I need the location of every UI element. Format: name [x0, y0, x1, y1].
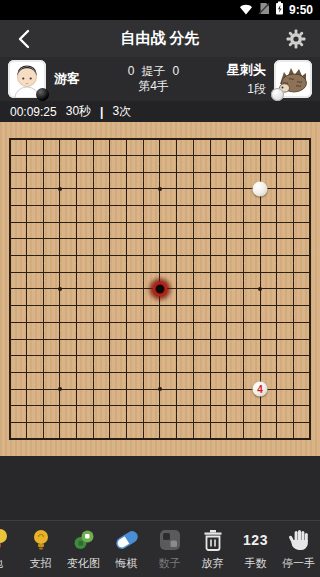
board-point-L12[interactable]: [168, 247, 185, 264]
board-point-B19[interactable]: [18, 131, 35, 148]
board-point-T5[interactable]: [302, 364, 319, 381]
board-point-F1[interactable]: [85, 431, 102, 448]
board-point-F5[interactable]: [85, 364, 102, 381]
board-point-N16[interactable]: [202, 181, 219, 198]
board-point-L16[interactable]: [168, 181, 185, 198]
board-point-J6[interactable]: [135, 347, 152, 364]
board-point-L2[interactable]: [168, 414, 185, 431]
board-point-C5[interactable]: [35, 364, 52, 381]
board-point-F8[interactable]: [85, 314, 102, 331]
board-point-L4[interactable]: [168, 381, 185, 398]
board-point-S17[interactable]: [285, 164, 302, 181]
board-point-M1[interactable]: [185, 431, 202, 448]
board-point-D16[interactable]: [52, 181, 69, 198]
board-point-D18[interactable]: [52, 147, 69, 164]
board-point-S19[interactable]: [285, 131, 302, 148]
board-point-O12[interactable]: [218, 247, 235, 264]
board-point-O5[interactable]: [218, 364, 235, 381]
board-point-T1[interactable]: [302, 431, 319, 448]
board-point-E15[interactable]: [68, 197, 85, 214]
board-point-K14[interactable]: [152, 214, 169, 231]
board-point-S15[interactable]: [285, 197, 302, 214]
board-point-O2[interactable]: [218, 414, 235, 431]
board-point-G12[interactable]: [102, 247, 119, 264]
board-point-F4[interactable]: [85, 381, 102, 398]
board-point-C11[interactable]: [35, 264, 52, 281]
board-point-P19[interactable]: [235, 131, 252, 148]
board-point-N3[interactable]: [202, 397, 219, 414]
board-point-T7[interactable]: [302, 331, 319, 348]
board-point-B9[interactable]: [18, 297, 35, 314]
board-point-E12[interactable]: [68, 247, 85, 264]
board-point-L18[interactable]: [168, 147, 185, 164]
board-point-G19[interactable]: [102, 131, 119, 148]
board-point-P17[interactable]: [235, 164, 252, 181]
board-point-K11[interactable]: [152, 264, 169, 281]
board-point-N2[interactable]: [202, 414, 219, 431]
board-point-T17[interactable]: [302, 164, 319, 181]
board-point-B8[interactable]: [18, 314, 35, 331]
board-point-P2[interactable]: [235, 414, 252, 431]
board-point-J15[interactable]: [135, 197, 152, 214]
board-point-E5[interactable]: [68, 364, 85, 381]
board-point-T13[interactable]: [302, 231, 319, 248]
board-point-L13[interactable]: [168, 231, 185, 248]
board-point-H6[interactable]: [118, 347, 135, 364]
board-point-H7[interactable]: [118, 331, 135, 348]
board-point-L11[interactable]: [168, 264, 185, 281]
board-point-E18[interactable]: [68, 147, 85, 164]
board-point-R12[interactable]: [268, 247, 285, 264]
board-point-G9[interactable]: [102, 297, 119, 314]
board-point-H12[interactable]: [118, 247, 135, 264]
board-point-D19[interactable]: [52, 131, 69, 148]
board-point-M14[interactable]: [185, 214, 202, 231]
board-point-Q6[interactable]: [252, 347, 269, 364]
toolbar-item-undo[interactable]: 悔棋: [105, 521, 148, 577]
board-point-Q18[interactable]: [252, 147, 269, 164]
board-point-G14[interactable]: [102, 214, 119, 231]
board-point-J12[interactable]: [135, 247, 152, 264]
board-point-P5[interactable]: [235, 364, 252, 381]
board-point-P15[interactable]: [235, 197, 252, 214]
board-point-R3[interactable]: [268, 397, 285, 414]
board-point-D14[interactable]: [52, 214, 69, 231]
board-point-E9[interactable]: [68, 297, 85, 314]
board-point-E14[interactable]: [68, 214, 85, 231]
board-point-M7[interactable]: [185, 331, 202, 348]
board-point-B16[interactable]: [18, 181, 35, 198]
board-point-G3[interactable]: [102, 397, 119, 414]
board-point-Q10[interactable]: [252, 281, 269, 298]
board-point-R9[interactable]: [268, 297, 285, 314]
board-point-P10[interactable]: [235, 281, 252, 298]
player-left-avatar[interactable]: [8, 60, 46, 98]
board-point-M6[interactable]: [185, 347, 202, 364]
board-point-B14[interactable]: [18, 214, 35, 231]
board-point-D6[interactable]: [52, 347, 69, 364]
board-point-F15[interactable]: [85, 197, 102, 214]
board-point-N9[interactable]: [202, 297, 219, 314]
board-point-B1[interactable]: [18, 431, 35, 448]
board-point-S8[interactable]: [285, 314, 302, 331]
board-point-R15[interactable]: [268, 197, 285, 214]
board-point-B17[interactable]: [18, 164, 35, 181]
board-point-P1[interactable]: [235, 431, 252, 448]
board-point-J2[interactable]: [135, 414, 152, 431]
board-point-B10[interactable]: [18, 281, 35, 298]
board-point-R2[interactable]: [268, 414, 285, 431]
board-point-B2[interactable]: [18, 414, 35, 431]
board-point-N17[interactable]: [202, 164, 219, 181]
board-point-H11[interactable]: [118, 264, 135, 281]
board-point-A12[interactable]: [2, 247, 19, 264]
board-point-P14[interactable]: [235, 214, 252, 231]
board-point-Q7[interactable]: [252, 331, 269, 348]
board-point-N4[interactable]: [202, 381, 219, 398]
board-point-S6[interactable]: [285, 347, 302, 364]
board-point-L10[interactable]: [168, 281, 185, 298]
board-point-O6[interactable]: [218, 347, 235, 364]
board-point-O13[interactable]: [218, 231, 235, 248]
board-point-R11[interactable]: [268, 264, 285, 281]
board-point-L3[interactable]: [168, 397, 185, 414]
board-point-O1[interactable]: [218, 431, 235, 448]
board-point-B5[interactable]: [18, 364, 35, 381]
board-point-F11[interactable]: [85, 264, 102, 281]
board-point-A9[interactable]: [2, 297, 19, 314]
board-point-F12[interactable]: [85, 247, 102, 264]
board-point-L17[interactable]: [168, 164, 185, 181]
board-point-J16[interactable]: [135, 181, 152, 198]
board-point-F6[interactable]: [85, 347, 102, 364]
board-point-J10[interactable]: [135, 281, 152, 298]
board-point-E13[interactable]: [68, 231, 85, 248]
board-point-R16[interactable]: [268, 181, 285, 198]
board-point-C10[interactable]: [35, 281, 52, 298]
board-point-E2[interactable]: [68, 414, 85, 431]
toolbar-item-hint[interactable]: 变化图 支招: [19, 521, 62, 577]
board-point-Q8[interactable]: [252, 314, 269, 331]
board-point-S10[interactable]: [285, 281, 302, 298]
board-point-F7[interactable]: [85, 331, 102, 348]
board-point-C6[interactable]: [35, 347, 52, 364]
board-point-K5[interactable]: [152, 364, 169, 381]
board-point-H4[interactable]: [118, 381, 135, 398]
board-point-O4[interactable]: [218, 381, 235, 398]
board-point-F14[interactable]: [85, 214, 102, 231]
board-point-L8[interactable]: [168, 314, 185, 331]
board-point-D17[interactable]: [52, 164, 69, 181]
board-point-L1[interactable]: [168, 431, 185, 448]
board-point-K9[interactable]: [152, 297, 169, 314]
board-point-C12[interactable]: [35, 247, 52, 264]
board-point-B15[interactable]: [18, 197, 35, 214]
board-point-K16[interactable]: [152, 181, 169, 198]
board-point-J9[interactable]: [135, 297, 152, 314]
board-point-A1[interactable]: [2, 431, 19, 448]
board-point-N5[interactable]: [202, 364, 219, 381]
board-point-L15[interactable]: [168, 197, 185, 214]
board-point-S1[interactable]: [285, 431, 302, 448]
board-point-N7[interactable]: [202, 331, 219, 348]
board-point-M15[interactable]: [185, 197, 202, 214]
board-point-D11[interactable]: [52, 264, 69, 281]
board-point-T12[interactable]: [302, 247, 319, 264]
board-point-E10[interactable]: [68, 281, 85, 298]
board-point-T8[interactable]: [302, 314, 319, 331]
board-point-O7[interactable]: [218, 331, 235, 348]
board-point-M11[interactable]: [185, 264, 202, 281]
board-point-P9[interactable]: [235, 297, 252, 314]
board-point-S5[interactable]: [285, 364, 302, 381]
board-point-O3[interactable]: [218, 397, 235, 414]
board-point-L9[interactable]: [168, 297, 185, 314]
board-point-M2[interactable]: [185, 414, 202, 431]
board-point-R18[interactable]: [268, 147, 285, 164]
board-point-B7[interactable]: [18, 331, 35, 348]
board-point-A17[interactable]: [2, 164, 19, 181]
board-point-A18[interactable]: [2, 147, 19, 164]
board-point-H18[interactable]: [118, 147, 135, 164]
board-point-N11[interactable]: [202, 264, 219, 281]
board-point-O10[interactable]: [218, 281, 235, 298]
board-point-H5[interactable]: [118, 364, 135, 381]
board-point-B12[interactable]: [18, 247, 35, 264]
board-point-O16[interactable]: [218, 181, 235, 198]
board-point-G2[interactable]: [102, 414, 119, 431]
board-point-C19[interactable]: [35, 131, 52, 148]
board-point-F10[interactable]: [85, 281, 102, 298]
board-point-A11[interactable]: [2, 264, 19, 281]
board-point-T11[interactable]: [302, 264, 319, 281]
board-point-M16[interactable]: [185, 181, 202, 198]
board-point-D1[interactable]: [52, 431, 69, 448]
board-point-J13[interactable]: [135, 231, 152, 248]
board-point-E3[interactable]: [68, 397, 85, 414]
board-point-Q14[interactable]: [252, 214, 269, 231]
board-point-A16[interactable]: [2, 181, 19, 198]
board-point-Q13[interactable]: [252, 231, 269, 248]
board-point-E16[interactable]: [68, 181, 85, 198]
board-point-A15[interactable]: [2, 197, 19, 214]
board-point-C3[interactable]: [35, 397, 52, 414]
board-point-M5[interactable]: [185, 364, 202, 381]
board-point-F3[interactable]: [85, 397, 102, 414]
board-point-O18[interactable]: [218, 147, 235, 164]
board-point-J14[interactable]: [135, 214, 152, 231]
board-point-T9[interactable]: [302, 297, 319, 314]
board-point-H19[interactable]: [118, 131, 135, 148]
board-point-H16[interactable]: [118, 181, 135, 198]
board-point-Q3[interactable]: [252, 397, 269, 414]
board-point-A3[interactable]: [2, 397, 19, 414]
board-point-F17[interactable]: [85, 164, 102, 181]
board-point-F16[interactable]: [85, 181, 102, 198]
board-point-J3[interactable]: [135, 397, 152, 414]
board-point-R1[interactable]: [268, 431, 285, 448]
board-point-D15[interactable]: [52, 197, 69, 214]
board-point-N18[interactable]: [202, 147, 219, 164]
board-point-Q9[interactable]: [252, 297, 269, 314]
board-point-R17[interactable]: [268, 164, 285, 181]
board-point-G15[interactable]: [102, 197, 119, 214]
board-point-D2[interactable]: [52, 414, 69, 431]
board-point-D8[interactable]: [52, 314, 69, 331]
player-right-avatar[interactable]: [274, 60, 312, 98]
board-point-D13[interactable]: [52, 231, 69, 248]
board-point-P11[interactable]: [235, 264, 252, 281]
board-point-Q4[interactable]: 4: [252, 381, 269, 398]
toolbar-item-move-numbers[interactable]: 123 手数: [234, 521, 277, 577]
board-point-R19[interactable]: [268, 131, 285, 148]
board-point-G5[interactable]: [102, 364, 119, 381]
board-point-G10[interactable]: [102, 281, 119, 298]
board-point-M8[interactable]: [185, 314, 202, 331]
board-point-M10[interactable]: [185, 281, 202, 298]
board-point-J1[interactable]: [135, 431, 152, 448]
board-point-K7[interactable]: [152, 331, 169, 348]
board-point-S13[interactable]: [285, 231, 302, 248]
board-point-K10[interactable]: [152, 281, 169, 298]
board-point-A2[interactable]: [2, 414, 19, 431]
toolbar-item-pass[interactable]: 停一手: [277, 521, 320, 577]
board-point-R8[interactable]: [268, 314, 285, 331]
board-point-E11[interactable]: [68, 264, 85, 281]
board-point-P3[interactable]: [235, 397, 252, 414]
board-point-P6[interactable]: [235, 347, 252, 364]
board-point-F19[interactable]: [85, 131, 102, 148]
board-point-N14[interactable]: [202, 214, 219, 231]
board-point-D5[interactable]: [52, 364, 69, 381]
board-point-R14[interactable]: [268, 214, 285, 231]
board-point-T16[interactable]: [302, 181, 319, 198]
board-point-P7[interactable]: [235, 331, 252, 348]
board-point-K2[interactable]: [152, 414, 169, 431]
board-point-D12[interactable]: [52, 247, 69, 264]
board-point-Q12[interactable]: [252, 247, 269, 264]
board-point-T18[interactable]: [302, 147, 319, 164]
board-point-B3[interactable]: [18, 397, 35, 414]
board-point-B13[interactable]: [18, 231, 35, 248]
board-point-J18[interactable]: [135, 147, 152, 164]
board-point-O15[interactable]: [218, 197, 235, 214]
board-point-S3[interactable]: [285, 397, 302, 414]
board-point-C4[interactable]: [35, 381, 52, 398]
board-point-M19[interactable]: [185, 131, 202, 148]
board-point-G1[interactable]: [102, 431, 119, 448]
board-point-K3[interactable]: [152, 397, 169, 414]
board-point-F13[interactable]: [85, 231, 102, 248]
board-point-B4[interactable]: [18, 381, 35, 398]
board-point-D7[interactable]: [52, 331, 69, 348]
board-point-D3[interactable]: [52, 397, 69, 414]
board-point-P16[interactable]: [235, 181, 252, 198]
board-point-O17[interactable]: [218, 164, 235, 181]
board-point-E1[interactable]: [68, 431, 85, 448]
board-point-A14[interactable]: [2, 214, 19, 231]
board-point-D4[interactable]: [52, 381, 69, 398]
board-point-G13[interactable]: [102, 231, 119, 248]
board-point-C16[interactable]: [35, 181, 52, 198]
board-point-H17[interactable]: [118, 164, 135, 181]
board-point-T3[interactable]: [302, 397, 319, 414]
board-point-K1[interactable]: [152, 431, 169, 448]
board-point-J4[interactable]: [135, 381, 152, 398]
board-point-G16[interactable]: [102, 181, 119, 198]
board-point-K4[interactable]: [152, 381, 169, 398]
board-point-H9[interactable]: [118, 297, 135, 314]
board-point-P12[interactable]: [235, 247, 252, 264]
board-point-N8[interactable]: [202, 314, 219, 331]
board-point-S9[interactable]: [285, 297, 302, 314]
board-point-A4[interactable]: [2, 381, 19, 398]
board-point-E17[interactable]: [68, 164, 85, 181]
board-point-O9[interactable]: [218, 297, 235, 314]
board-point-A7[interactable]: [2, 331, 19, 348]
board-point-A6[interactable]: [2, 347, 19, 364]
board-point-B6[interactable]: [18, 347, 35, 364]
board-point-Q11[interactable]: [252, 264, 269, 281]
board-point-T19[interactable]: [302, 131, 319, 148]
board-point-Q5[interactable]: [252, 364, 269, 381]
board-point-D10[interactable]: [52, 281, 69, 298]
board-point-S14[interactable]: [285, 214, 302, 231]
board-point-F9[interactable]: [85, 297, 102, 314]
board-point-C2[interactable]: [35, 414, 52, 431]
board-point-B18[interactable]: [18, 147, 35, 164]
board-point-K6[interactable]: [152, 347, 169, 364]
board-point-O19[interactable]: [218, 131, 235, 148]
board-point-P4[interactable]: [235, 381, 252, 398]
board-point-G11[interactable]: [102, 264, 119, 281]
board-point-K19[interactable]: [152, 131, 169, 148]
board-point-T14[interactable]: [302, 214, 319, 231]
board-point-H13[interactable]: [118, 231, 135, 248]
board-point-K8[interactable]: [152, 314, 169, 331]
board-point-C13[interactable]: [35, 231, 52, 248]
board-point-Q1[interactable]: [252, 431, 269, 448]
board-point-T6[interactable]: [302, 347, 319, 364]
board-point-P13[interactable]: [235, 231, 252, 248]
board-point-F2[interactable]: [85, 414, 102, 431]
board-point-G8[interactable]: [102, 314, 119, 331]
board-point-K13[interactable]: [152, 231, 169, 248]
board-point-A8[interactable]: [2, 314, 19, 331]
board-point-Q17[interactable]: [252, 164, 269, 181]
board-point-D9[interactable]: [52, 297, 69, 314]
back-button[interactable]: [12, 27, 36, 51]
board-point-L6[interactable]: [168, 347, 185, 364]
board-point-C7[interactable]: [35, 331, 52, 348]
board-point-Q15[interactable]: [252, 197, 269, 214]
board-point-R10[interactable]: [268, 281, 285, 298]
board-point-G4[interactable]: [102, 381, 119, 398]
board-point-T4[interactable]: [302, 381, 319, 398]
board-point-H1[interactable]: [118, 431, 135, 448]
board-point-H14[interactable]: [118, 214, 135, 231]
board-point-L14[interactable]: [168, 214, 185, 231]
board-point-L5[interactable]: [168, 364, 185, 381]
player-left[interactable]: 游客: [8, 60, 80, 98]
board-point-M18[interactable]: [185, 147, 202, 164]
board-point-C17[interactable]: [35, 164, 52, 181]
board-point-M17[interactable]: [185, 164, 202, 181]
toolbar-item-resign[interactable]: 放弃: [191, 521, 234, 577]
board-point-M4[interactable]: [185, 381, 202, 398]
board-point-T15[interactable]: [302, 197, 319, 214]
board-point-G6[interactable]: [102, 347, 119, 364]
